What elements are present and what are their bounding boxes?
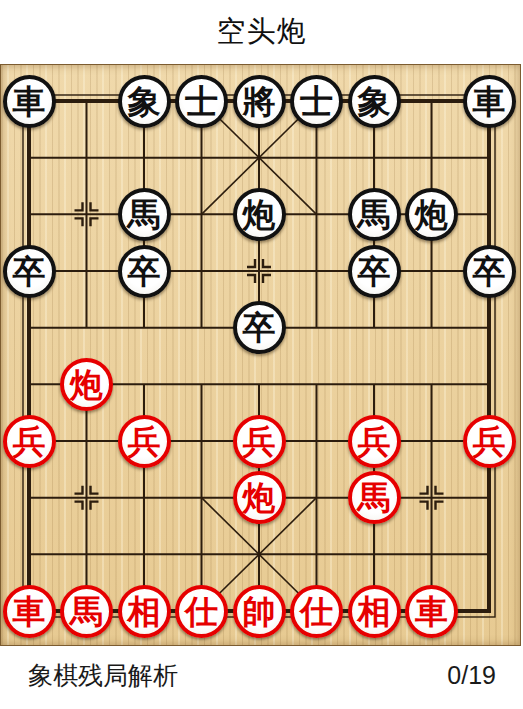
board-grid xyxy=(21,93,497,619)
piece-red-general[interactable]: 帥 xyxy=(233,585,286,638)
point-marker xyxy=(75,218,83,226)
piece-red-chariot[interactable]: 車 xyxy=(405,585,458,638)
piece-black-soldier[interactable]: 卒 xyxy=(463,245,516,298)
point-marker xyxy=(436,486,444,494)
piece-black-chariot[interactable]: 車 xyxy=(463,75,516,128)
app-root: 空头炮 xyxy=(0,0,523,709)
board[interactable]: 車象士將士象車馬炮馬炮卒卒卒卒卒炮兵兵兵兵兵炮馬車馬相仕帥仕相車 xyxy=(0,64,521,646)
piece-red-cannon[interactable]: 炮 xyxy=(60,358,113,411)
piece-red-soldier[interactable]: 兵 xyxy=(348,415,401,468)
piece-red-horse[interactable]: 馬 xyxy=(60,585,113,638)
move-counter: 0/19 xyxy=(447,661,496,690)
piece-red-advisor[interactable]: 仕 xyxy=(175,585,228,638)
point-marker xyxy=(91,486,99,494)
point-marker xyxy=(420,486,428,494)
piece-red-horse[interactable]: 馬 xyxy=(348,471,401,524)
puzzle-title: 空头炮 xyxy=(217,12,307,52)
point-marker xyxy=(247,259,255,267)
point-marker xyxy=(436,502,444,510)
footer-bar: 象棋残局解析 0/19 xyxy=(0,648,523,709)
point-marker xyxy=(75,502,83,510)
piece-black-cannon[interactable]: 炮 xyxy=(405,188,458,241)
piece-black-soldier[interactable]: 卒 xyxy=(233,301,286,354)
point-marker xyxy=(75,202,83,210)
piece-red-chariot[interactable]: 車 xyxy=(3,585,56,638)
point-marker xyxy=(263,275,271,283)
piece-red-soldier[interactable]: 兵 xyxy=(118,415,171,468)
point-marker xyxy=(91,502,99,510)
piece-red-soldier[interactable]: 兵 xyxy=(3,415,56,468)
piece-black-horse[interactable]: 馬 xyxy=(348,188,401,241)
piece-black-elephant[interactable]: 象 xyxy=(348,75,401,128)
piece-black-chariot[interactable]: 車 xyxy=(3,75,56,128)
piece-red-advisor[interactable]: 仕 xyxy=(290,585,343,638)
piece-red-elephant[interactable]: 相 xyxy=(118,585,171,638)
piece-red-soldier[interactable]: 兵 xyxy=(463,415,516,468)
piece-black-cannon[interactable]: 炮 xyxy=(233,188,286,241)
point-marker xyxy=(247,275,255,283)
point-marker xyxy=(75,486,83,494)
point-marker xyxy=(420,502,428,510)
piece-red-elephant[interactable]: 相 xyxy=(348,585,401,638)
point-marker xyxy=(91,218,99,226)
piece-red-cannon[interactable]: 炮 xyxy=(233,471,286,524)
piece-black-advisor[interactable]: 士 xyxy=(290,75,343,128)
point-marker xyxy=(263,259,271,267)
piece-black-general[interactable]: 將 xyxy=(233,75,286,128)
piece-black-advisor[interactable]: 士 xyxy=(175,75,228,128)
piece-black-elephant[interactable]: 象 xyxy=(118,75,171,128)
piece-black-soldier[interactable]: 卒 xyxy=(3,245,56,298)
footer-label: 象棋残局解析 xyxy=(28,659,178,692)
piece-red-soldier[interactable]: 兵 xyxy=(233,415,286,468)
point-marker xyxy=(91,202,99,210)
piece-black-soldier[interactable]: 卒 xyxy=(118,245,171,298)
piece-black-soldier[interactable]: 卒 xyxy=(348,245,401,298)
title-bar: 空头炮 xyxy=(0,0,523,64)
piece-black-horse[interactable]: 馬 xyxy=(118,188,171,241)
